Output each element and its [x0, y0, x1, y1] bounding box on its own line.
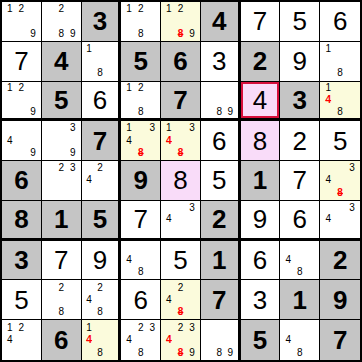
candidate-4: 4	[84, 294, 95, 306]
cell-r1c2[interactable]: 289	[42, 2, 82, 42]
cell-r9c5[interactable]: 23489	[161, 320, 201, 360]
cell-r4c4[interactable]: 1348	[121, 121, 161, 161]
candidate-3: 3	[346, 162, 358, 174]
empty-mark-slot	[346, 213, 358, 225]
cell-r5c6[interactable]: 5	[201, 161, 241, 201]
empty-mark-slot	[282, 266, 294, 278]
empty-mark-slot	[44, 122, 56, 134]
cell-r6c5[interactable]: 34	[161, 201, 201, 241]
empty-mark-slot	[282, 346, 294, 359]
empty-mark-slot	[175, 334, 187, 347]
empty-mark-slot	[123, 321, 135, 334]
cell-r8c6[interactable]: 7	[201, 280, 241, 320]
empty-mark-slot	[84, 55, 95, 67]
empty-mark-slot	[225, 334, 236, 347]
given-digit: 4	[54, 48, 68, 74]
cell-r7c3[interactable]: 9	[82, 241, 122, 281]
candidate-8: 8	[214, 106, 225, 118]
eliminated-candidate-8: 8	[175, 28, 187, 40]
candidate-4: 4	[4, 334, 16, 347]
candidate-8: 8	[334, 67, 346, 79]
eliminated-candidate-8: 8	[135, 147, 147, 159]
cell-r8c2[interactable]: 28	[42, 280, 82, 320]
empty-mark-slot	[44, 3, 56, 15]
candidate-1: 1	[84, 321, 95, 334]
candidate-9: 9	[27, 147, 39, 159]
empty-mark-slot	[67, 281, 79, 293]
given-digit: 3	[293, 87, 307, 113]
empty-mark-slot	[306, 321, 318, 334]
empty-mark-slot	[163, 346, 175, 359]
cell-r7c7[interactable]: 6	[241, 241, 281, 281]
cell-r8c9[interactable]: 9	[320, 280, 360, 320]
empty-mark-slot	[282, 321, 294, 334]
empty-mark-slot	[322, 225, 334, 237]
solved-digit: 6	[212, 128, 226, 154]
cell-r4c6[interactable]: 6	[201, 121, 241, 161]
cell-r7c8[interactable]: 48	[280, 241, 320, 281]
cell-r4c3[interactable]: 7	[82, 121, 122, 161]
candidate-8: 8	[55, 306, 67, 318]
empty-mark-slot	[214, 321, 225, 334]
empty-mark-slot	[147, 334, 159, 347]
cell-r9c1[interactable]: 124	[2, 320, 42, 360]
empty-mark-slot	[306, 242, 318, 254]
empty-mark-slot	[346, 225, 358, 237]
empty-mark-slot	[334, 43, 346, 55]
empty-mark-slot	[84, 187, 95, 199]
empty-mark-slot	[135, 242, 147, 254]
given-digit: 7	[212, 287, 226, 313]
pencil-marks: 124	[2, 320, 41, 360]
candidate-2: 2	[94, 281, 105, 293]
empty-mark-slot	[186, 225, 198, 237]
cell-r1c8[interactable]: 5	[280, 2, 320, 42]
empty-mark-slot	[346, 174, 358, 186]
empty-mark-slot	[94, 334, 105, 347]
candidate-2: 2	[55, 162, 67, 174]
given-digit: 4	[212, 8, 226, 34]
solved-digit: 5	[212, 167, 226, 193]
empty-mark-slot	[203, 321, 214, 334]
empty-mark-slot	[27, 321, 39, 334]
empty-mark-slot	[163, 321, 175, 334]
given-digit: 6	[173, 48, 187, 74]
cell-r2c6[interactable]: 3	[201, 42, 241, 82]
empty-mark-slot	[4, 147, 16, 159]
cell-r4c7[interactable]: 8	[241, 121, 281, 161]
cell-r9c2[interactable]: 6	[42, 320, 82, 360]
empty-mark-slot	[346, 55, 358, 67]
cell-r3c8[interactable]: 3	[280, 82, 320, 122]
given-digit: 3	[14, 247, 28, 273]
cell-r3c5[interactable]: 7	[161, 82, 201, 122]
pencil-marks: 2348	[121, 320, 160, 360]
solved-digit: 2	[293, 128, 307, 154]
pencil-marks: 348	[320, 161, 360, 200]
candidate-2: 2	[135, 83, 147, 95]
given-digit: 7	[173, 87, 187, 113]
empty-mark-slot	[322, 67, 334, 79]
empty-mark-slot	[225, 83, 236, 95]
empty-mark-slot	[16, 15, 28, 27]
candidate-1: 1	[123, 3, 135, 15]
empty-mark-slot	[55, 174, 67, 186]
empty-mark-slot	[123, 94, 135, 106]
empty-mark-slot	[175, 135, 187, 147]
solved-digit: 7	[133, 206, 147, 232]
candidate-2: 2	[16, 83, 28, 95]
cell-r6c8[interactable]: 6	[280, 201, 320, 241]
empty-mark-slot	[306, 346, 318, 359]
candidate-8: 8	[135, 106, 147, 118]
candidate-8: 8	[294, 266, 306, 278]
cell-r3c6[interactable]: 89	[201, 82, 241, 122]
candidate-1: 1	[163, 122, 175, 134]
empty-mark-slot	[105, 43, 116, 55]
candidate-8: 8	[94, 306, 105, 318]
empty-mark-slot	[67, 174, 79, 186]
candidate-2: 2	[16, 321, 28, 334]
cell-r9c3[interactable]: 148	[82, 320, 122, 360]
cell-r2c5[interactable]: 6	[161, 42, 201, 82]
empty-mark-slot	[346, 187, 358, 199]
empty-mark-slot	[27, 15, 39, 27]
cell-r5c3[interactable]: 24	[82, 161, 122, 201]
empty-mark-slot	[67, 15, 79, 27]
empty-mark-slot	[67, 187, 79, 199]
given-digit: 2	[212, 206, 226, 232]
cell-r1c3[interactable]: 3	[82, 2, 122, 42]
candidate-8: 8	[135, 266, 147, 278]
empty-mark-slot	[55, 15, 67, 27]
candidate-4: 4	[282, 334, 294, 347]
candidate-3: 3	[67, 162, 79, 174]
candidate-8: 8	[94, 346, 105, 359]
eliminated-candidate-4: 4	[84, 334, 95, 347]
cell-r1c4[interactable]: 128	[121, 2, 161, 42]
empty-mark-slot	[203, 83, 214, 95]
empty-mark-slot	[44, 174, 56, 186]
cell-r9c9[interactable]: 7	[320, 320, 360, 360]
candidate-9: 9	[186, 28, 198, 40]
empty-mark-slot	[175, 225, 187, 237]
solved-digit: 6	[333, 8, 347, 34]
candidate-3: 3	[186, 122, 198, 134]
cell-r7c9[interactable]: 2	[320, 241, 360, 281]
empty-mark-slot	[334, 83, 346, 95]
candidate-2: 2	[16, 3, 28, 15]
given-digit: 1	[54, 206, 68, 232]
empty-mark-slot	[94, 321, 105, 334]
empty-mark-slot	[147, 94, 159, 106]
empty-mark-slot	[123, 106, 135, 118]
empty-mark-slot	[105, 162, 116, 174]
candidate-2: 2	[135, 321, 147, 334]
solved-digit: 7	[14, 48, 28, 74]
empty-mark-slot	[214, 334, 225, 347]
given-digit: 8	[14, 206, 28, 232]
candidate-9: 9	[67, 147, 79, 159]
cell-r4c5[interactable]: 1348	[161, 121, 201, 161]
cell-r6c2[interactable]: 1	[42, 201, 82, 241]
cell-r3c4[interactable]: 128	[121, 82, 161, 122]
empty-mark-slot	[175, 202, 187, 214]
empty-mark-slot	[203, 334, 214, 347]
pencil-marks: 1289	[161, 2, 200, 41]
solved-digit: 6	[253, 247, 267, 273]
pencil-marks: 18	[82, 42, 119, 81]
empty-mark-slot	[123, 242, 135, 254]
sudoku-board: 1292893128128947567418563291812956128789…	[0, 0, 362, 362]
cell-r2c4[interactable]: 5	[121, 42, 161, 82]
given-digit: 2	[333, 247, 347, 273]
cell-r6c3[interactable]: 5	[82, 201, 122, 241]
empty-mark-slot	[105, 174, 116, 186]
empty-mark-slot	[322, 187, 334, 199]
solved-digit: 9	[293, 48, 307, 74]
cell-r5c8[interactable]: 7	[280, 161, 320, 201]
cell-r9c7[interactable]: 5	[241, 320, 281, 360]
candidate-1: 1	[163, 3, 175, 15]
cell-r8c1[interactable]: 5	[2, 280, 42, 320]
empty-mark-slot	[105, 294, 116, 306]
empty-mark-slot	[55, 135, 67, 147]
candidate-2: 2	[135, 3, 147, 15]
empty-mark-slot	[44, 147, 56, 159]
empty-mark-slot	[147, 83, 159, 95]
solved-digit: 8	[253, 128, 267, 154]
cell-r1c7[interactable]: 7	[241, 2, 281, 42]
empty-mark-slot	[94, 43, 105, 55]
cell-r7c4[interactable]: 48	[121, 241, 161, 281]
cell-r8c4[interactable]: 6	[121, 280, 161, 320]
cell-r2c1[interactable]: 7	[2, 42, 42, 82]
cell-r9c6[interactable]: 89	[201, 320, 241, 360]
empty-mark-slot	[55, 294, 67, 306]
empty-mark-slot	[135, 334, 147, 347]
empty-mark-slot	[306, 254, 318, 266]
empty-mark-slot	[135, 122, 147, 134]
cell-r5c1[interactable]: 6	[2, 161, 42, 201]
candidate-3: 3	[67, 122, 79, 134]
empty-mark-slot	[44, 28, 56, 40]
empty-mark-slot	[203, 94, 214, 106]
empty-mark-slot	[186, 3, 198, 15]
pencil-marks: 48	[280, 241, 319, 280]
empty-mark-slot	[147, 346, 159, 359]
empty-mark-slot	[322, 162, 334, 174]
empty-mark-slot	[135, 135, 147, 147]
empty-mark-slot	[16, 346, 28, 359]
empty-mark-slot	[186, 135, 198, 147]
candidate-1: 1	[4, 3, 16, 15]
empty-mark-slot	[186, 15, 198, 27]
cell-r6c9[interactable]: 34	[320, 201, 360, 241]
empty-mark-slot	[105, 67, 116, 79]
empty-mark-slot	[16, 106, 28, 118]
empty-mark-slot	[163, 281, 175, 293]
empty-mark-slot	[94, 174, 105, 186]
cell-r7c1[interactable]: 3	[2, 241, 42, 281]
empty-mark-slot	[186, 334, 198, 347]
solved-digit: 9	[253, 206, 267, 232]
cell-r8c7[interactable]: 3	[241, 280, 281, 320]
pencil-marks: 148	[82, 320, 119, 360]
empty-mark-slot	[44, 187, 56, 199]
empty-mark-slot	[16, 135, 28, 147]
cell-r8c5[interactable]: 248	[161, 280, 201, 320]
empty-mark-slot	[84, 346, 95, 359]
candidate-1: 1	[322, 83, 334, 95]
empty-mark-slot	[163, 306, 175, 318]
candidate-1: 1	[123, 122, 135, 134]
candidate-4: 4	[163, 213, 175, 225]
cell-r8c3[interactable]: 248	[82, 280, 122, 320]
candidate-2: 2	[55, 3, 67, 15]
candidate-3: 3	[147, 122, 159, 134]
empty-mark-slot	[4, 94, 16, 106]
given-digit: 7	[93, 128, 107, 154]
empty-mark-slot	[334, 213, 346, 225]
empty-mark-slot	[16, 334, 28, 347]
pencil-marks: 89	[201, 82, 238, 119]
cell-r6c7[interactable]: 9	[241, 201, 281, 241]
empty-mark-slot	[294, 334, 306, 347]
empty-mark-slot	[334, 225, 346, 237]
cell-r3c9[interactable]: 148	[320, 82, 360, 122]
empty-mark-slot	[67, 306, 79, 318]
given-digit: 5	[54, 87, 68, 113]
candidate-1: 1	[84, 43, 95, 55]
empty-mark-slot	[322, 106, 334, 118]
pencil-marks: 248	[161, 280, 200, 319]
candidate-4: 4	[123, 254, 135, 266]
cell-r8c8[interactable]: 1	[280, 280, 320, 320]
cell-r6c6[interactable]: 2	[201, 201, 241, 241]
cell-r3c2[interactable]: 5	[42, 82, 82, 122]
cell-r5c7[interactable]: 1	[241, 161, 281, 201]
empty-mark-slot	[105, 281, 116, 293]
empty-mark-slot	[27, 122, 39, 134]
empty-mark-slot	[44, 306, 56, 318]
candidate-2: 2	[175, 321, 187, 334]
cell-r5c5[interactable]: 8	[161, 161, 201, 201]
cell-r5c4[interactable]: 9	[121, 161, 161, 201]
empty-mark-slot	[346, 94, 358, 106]
empty-mark-slot	[334, 202, 346, 214]
empty-mark-slot	[346, 43, 358, 55]
empty-mark-slot	[147, 266, 159, 278]
empty-mark-slot	[346, 106, 358, 118]
empty-mark-slot	[147, 147, 159, 159]
empty-mark-slot	[27, 83, 39, 95]
empty-mark-slot	[147, 135, 159, 147]
empty-mark-slot	[186, 281, 198, 293]
cell-r6c4[interactable]: 7	[121, 201, 161, 241]
cell-r2c8[interactable]: 9	[280, 42, 320, 82]
empty-mark-slot	[306, 266, 318, 278]
cell-r9c8[interactable]: 48	[280, 320, 320, 360]
cell-r3c7[interactable]: 4	[241, 82, 281, 122]
empty-mark-slot	[175, 15, 187, 27]
cell-r2c3[interactable]: 18	[82, 42, 122, 82]
cell-r5c2[interactable]: 23	[42, 161, 82, 201]
pencil-marks: 34	[320, 201, 360, 238]
empty-mark-slot	[105, 334, 116, 347]
empty-mark-slot	[44, 15, 56, 27]
cell-r1c6[interactable]: 4	[201, 2, 241, 42]
empty-mark-slot	[4, 15, 16, 27]
candidate-4: 4	[84, 174, 95, 186]
cell-r4c1[interactable]: 49	[2, 121, 42, 161]
given-digit: 6	[54, 327, 68, 353]
cell-r2c7[interactable]: 2	[241, 42, 281, 82]
empty-mark-slot	[282, 242, 294, 254]
empty-mark-slot	[55, 187, 67, 199]
cell-r7c2[interactable]: 7	[42, 241, 82, 281]
empty-mark-slot	[322, 202, 334, 214]
cell-r5c9[interactable]: 348	[320, 161, 360, 201]
empty-mark-slot	[123, 15, 135, 27]
given-digit: 2	[253, 48, 267, 74]
empty-mark-slot	[105, 55, 116, 67]
cell-r9c4[interactable]: 2348	[121, 320, 161, 360]
cell-r7c6[interactable]: 1	[201, 241, 241, 281]
cell-r4c2[interactable]: 39	[42, 121, 82, 161]
candidate-9: 9	[27, 28, 39, 40]
empty-mark-slot	[334, 55, 346, 67]
empty-mark-slot	[306, 334, 318, 347]
pencil-marks: 23489	[161, 320, 200, 360]
cell-r2c2[interactable]: 4	[42, 42, 82, 82]
empty-mark-slot	[105, 321, 116, 334]
pencil-marks: 49	[2, 121, 41, 160]
empty-mark-slot	[147, 242, 159, 254]
pencil-marks: 28	[42, 280, 81, 319]
cell-r3c1[interactable]: 129	[2, 82, 42, 122]
empty-mark-slot	[294, 321, 306, 334]
empty-mark-slot	[147, 15, 159, 27]
cell-r1c1[interactable]: 129	[2, 2, 42, 42]
candidate-3: 3	[186, 202, 198, 214]
empty-mark-slot	[147, 254, 159, 266]
cell-r2c9[interactable]: 18	[320, 42, 360, 82]
cell-r7c5[interactable]: 5	[161, 241, 201, 281]
cell-r1c5[interactable]: 1289	[161, 2, 201, 42]
solved-digit: 3	[212, 48, 226, 74]
empty-mark-slot	[84, 306, 95, 318]
pencil-marks: 148	[320, 82, 360, 119]
cell-r6c1[interactable]: 8	[2, 201, 42, 241]
empty-mark-slot	[67, 3, 79, 15]
empty-mark-slot	[322, 55, 334, 67]
solved-digit: 7	[253, 8, 267, 34]
solved-digit: 5	[293, 8, 307, 34]
empty-mark-slot	[44, 135, 56, 147]
cell-r4c8[interactable]: 2	[280, 121, 320, 161]
empty-mark-slot	[214, 94, 225, 106]
empty-mark-slot	[346, 67, 358, 79]
empty-mark-slot	[27, 94, 39, 106]
empty-mark-slot	[147, 3, 159, 15]
pencil-marks: 289	[42, 2, 81, 41]
candidate-3: 3	[186, 321, 198, 334]
cell-r1c9[interactable]: 6	[320, 2, 360, 42]
cell-r4c9[interactable]: 5	[320, 121, 360, 161]
cell-r3c3[interactable]: 6	[82, 82, 122, 122]
empty-mark-slot	[294, 254, 306, 266]
